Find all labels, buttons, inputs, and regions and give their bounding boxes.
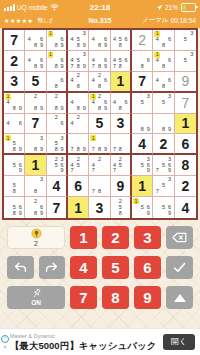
cell-r7c1[interactable]: 569 — [4, 155, 25, 176]
pencil-grid: 357 — [154, 177, 172, 195]
cell-r6c1[interactable]: 1589 — [4, 134, 25, 155]
sudoku-board: 7468916893458946894568214683524689168934… — [2, 28, 198, 220]
cell-r2c4[interactable]: 345789 — [68, 51, 89, 72]
pencil-grid: 35679 — [154, 156, 172, 174]
cell-r1c5[interactable]: 4689 — [89, 30, 110, 51]
given-digit: 7 — [52, 201, 60, 215]
cell-r3c4[interactable]: 248 — [68, 72, 89, 93]
pencil-grid: 4689 — [90, 31, 108, 49]
cell-r1c6[interactable]: 4568 — [111, 30, 132, 51]
pencil-grid: 68 — [133, 52, 151, 70]
numpad-8[interactable]: 8 — [102, 286, 129, 309]
cell-r6c5[interactable]: 1789 — [89, 134, 110, 155]
cell-r5c8[interactable]: 89 — [153, 114, 174, 135]
cell-r2c1[interactable]: 2 — [4, 51, 25, 72]
cell-r9c1[interactable]: 5689 — [4, 197, 25, 218]
given-digit: 1 — [74, 201, 82, 215]
pencil-mark: 9 — [59, 147, 65, 153]
cell-r7c2[interactable]: 1 — [25, 155, 46, 176]
pencil-grid: 35 — [176, 52, 195, 70]
given-digit: 4 — [52, 179, 60, 193]
pencil-grid: 289 — [26, 94, 44, 112]
hint-button[interactable]: 2 — [7, 226, 65, 249]
game-timer: 00:18:54 — [171, 17, 196, 24]
cell-signal-icon — [4, 4, 15, 11]
cell-r8c2[interactable]: 38 — [25, 176, 46, 197]
given-digit: 3 — [116, 116, 124, 130]
cell-r3c5[interactable]: 2468 — [89, 72, 110, 93]
pencil-grid: 789 — [69, 135, 87, 152]
pencil-mark: 9 — [103, 43, 109, 49]
cell-r4c3[interactable]: 289 — [47, 93, 68, 114]
pencil-grid: 34589 — [69, 31, 87, 49]
pencil-mark: 9 — [17, 168, 23, 174]
cell-r7c5[interactable]: 247 — [89, 155, 110, 176]
cell-r1c9[interactable]: 35 — [175, 30, 196, 51]
pencil-grid: 258 — [112, 198, 129, 217]
cell-r8c8[interactable]: 357 — [153, 176, 174, 197]
pencil-grid: 2457 — [112, 156, 129, 174]
pencil-mark: 9 — [167, 168, 173, 174]
cell-r6c3[interactable]: 3589 — [47, 134, 68, 155]
numpad-3[interactable]: 3 — [134, 226, 161, 249]
given-digit: 7 — [32, 116, 40, 130]
pencil-grid: 23569 — [48, 156, 65, 174]
cell-r8c5[interactable]: 78 — [89, 176, 110, 197]
pencil-grid: 45678 — [112, 52, 129, 70]
pencil-grid: 1789 — [90, 135, 108, 152]
numpad-4[interactable]: 4 — [70, 256, 97, 279]
difficulty-stars-label: 難しさ — [37, 17, 54, 24]
pencil-mark: 9 — [39, 43, 45, 49]
cell-r6c6[interactable]: 78 — [111, 134, 132, 155]
given-digit: 2 — [160, 137, 168, 151]
pencil-mark: 9 — [39, 211, 45, 217]
cell-r3c3[interactable]: 68 — [47, 72, 68, 93]
mode-label: ノーマル — [142, 16, 168, 25]
numpad-6[interactable]: 6 — [134, 256, 161, 279]
given-digit: 3 — [10, 74, 18, 88]
pencil-grid: 1569 — [133, 198, 151, 217]
cell-r4c9[interactable]: 7 — [175, 93, 196, 114]
pencil-grid: 89 — [154, 115, 172, 133]
pencil-grid: 4568 — [112, 31, 129, 49]
pencil-grid: 35 — [176, 31, 195, 49]
numpad-1[interactable]: 1 — [70, 226, 97, 249]
ad-brand: Master & Dynamic — [10, 334, 158, 340]
cell-r5c2[interactable]: 7 — [25, 114, 46, 135]
given-digit: 5 — [96, 116, 104, 130]
pencil-mark: 9 — [145, 126, 151, 132]
difficulty-stars: ★★★★★ — [4, 17, 33, 24]
given-digit: 4 — [181, 201, 189, 215]
hint-count: 2 — [34, 240, 38, 247]
clock-time: 22:18 — [90, 3, 110, 12]
pencil-grid: 248 — [69, 73, 87, 90]
redo-button[interactable] — [39, 256, 66, 279]
pencil-grid: 78 — [90, 177, 108, 195]
pencil-grid: 1468 — [154, 31, 172, 49]
pencil-mark: 9 — [167, 211, 173, 217]
pencil-grid: 1489 — [5, 94, 23, 112]
cell-r9c8[interactable]: 569 — [153, 197, 174, 218]
undo-button[interactable] — [7, 256, 34, 279]
given-digit: 6 — [181, 137, 189, 151]
given-digit: 1 — [138, 179, 146, 193]
cell-r6c8[interactable]: 2 — [153, 134, 174, 155]
pencil-grid: 4689 — [26, 52, 44, 70]
given-digit: 5 — [32, 74, 40, 88]
cell-r2c7[interactable]: 68 — [132, 51, 153, 72]
pencil-mark: 9 — [81, 64, 87, 70]
pencil-grid: 247 — [90, 156, 108, 174]
pencil-grid: 3569 — [133, 156, 151, 174]
pencil-grid: 345789 — [69, 52, 87, 70]
pencil-mark: 9 — [103, 106, 109, 112]
user-digit: 9 — [181, 74, 189, 88]
carrier-label: UQ mobile — [17, 4, 48, 11]
wifi-icon — [50, 4, 59, 11]
cell-r5c7[interactable]: 89 — [132, 114, 153, 135]
pencil-grid: 1689 — [48, 31, 65, 49]
cell-r3c6[interactable]: 1 — [111, 72, 132, 93]
cell-r6c7[interactable]: 4 — [132, 134, 153, 155]
given-digit: 4 — [138, 137, 146, 151]
battery-icon — [181, 3, 196, 12]
cell-r9c9[interactable]: 4 — [175, 197, 196, 218]
given-digit: 7 — [10, 33, 18, 47]
pencil-mark: 9 — [145, 168, 151, 174]
pencil-grid: 3589 — [48, 135, 65, 152]
ad-title: 【最大5000円】キャッシュバック — [10, 341, 158, 351]
user-digit: 7 — [181, 96, 189, 110]
ad-open-button[interactable]: 開く — [163, 334, 195, 350]
given-digit: 6 — [74, 179, 82, 193]
pencil-mark: 9 — [145, 211, 151, 217]
cell-r5c1[interactable]: 46 — [4, 114, 25, 135]
cell-r9c7[interactable]: 1569 — [132, 197, 153, 218]
given-digit: 2 — [181, 179, 189, 193]
cell-r9c4[interactable]: 1 — [68, 197, 89, 218]
cell-r8c9[interactable]: 2 — [175, 176, 196, 197]
pencil-mark: 9 — [39, 106, 45, 112]
cell-r2c6[interactable]: 45678 — [111, 51, 132, 72]
pencil-grid: 38 — [26, 177, 44, 195]
cell-r1c8[interactable]: 1468 — [153, 30, 174, 51]
cell-r8c4[interactable]: 6 — [68, 176, 89, 197]
pencil-grid: 26 — [48, 115, 65, 133]
cell-r5c6[interactable]: 3 — [111, 114, 132, 135]
pencil-grid: 68 — [48, 73, 65, 90]
pencil-mark: 9 — [81, 106, 87, 112]
pencil-grid: 489 — [69, 94, 87, 112]
pencil-grid: 2457 — [69, 156, 87, 174]
given-digit: 8 — [181, 158, 189, 172]
keypad-zone: 2 1 2 3 4 5 6 ON 7 8 — [0, 220, 200, 328]
cell-r2c8[interactable]: 1468 — [153, 51, 174, 72]
cell-r3c2[interactable]: 5 — [25, 72, 46, 93]
given-digit: 2 — [10, 54, 18, 68]
cell-r8c3[interactable]: 4 — [47, 176, 68, 197]
cell-r1c1[interactable]: 7 — [4, 30, 25, 51]
cell-r2c2[interactable]: 4689 — [25, 51, 46, 72]
cell-r5c4[interactable]: 24 — [68, 114, 89, 135]
given-digit: 9 — [116, 179, 124, 193]
pencil-grid: 4689 — [26, 31, 44, 49]
pencil-mark: 9 — [81, 147, 87, 153]
cell-r4c6[interactable]: 468 — [111, 93, 132, 114]
cell-r8c7[interactable]: 1 — [132, 176, 153, 197]
pencil-grid: 124689 — [90, 94, 108, 112]
battery-percent: 21% — [165, 4, 178, 11]
cell-r3c8[interactable]: 468 — [153, 72, 174, 93]
hint-bulb-icon — [31, 228, 42, 239]
cell-r3c9[interactable]: 9 — [175, 72, 196, 93]
pencil-mark: 9 — [81, 43, 87, 49]
ad-banner: i × Master & Dynamic 【最大5000円】キャッシュバック 開… — [0, 328, 200, 355]
pencil-grid: 468 — [154, 73, 172, 90]
pencil-grid: 78 — [112, 135, 129, 152]
pencil-grid: 35 — [154, 94, 172, 112]
cell-r4c5[interactable]: 124689 — [89, 93, 110, 114]
pencil-grid: 389 — [26, 135, 44, 152]
triangle-up-icon — [174, 294, 186, 302]
given-digit: 7 — [138, 74, 146, 88]
cell-r7c4[interactable]: 2457 — [68, 155, 89, 176]
cell-r6c4[interactable]: 789 — [68, 134, 89, 155]
pencil-grid: 1689 — [48, 52, 65, 70]
pencil-grid: 569 — [154, 198, 172, 217]
given-digit: 1 — [116, 74, 124, 88]
cell-r8c6[interactable]: 9 — [111, 176, 132, 197]
ad-info-icon[interactable]: i — [1, 335, 9, 343]
pencil-mark: 9 — [59, 106, 65, 112]
pencil-mark: 9 — [59, 168, 65, 174]
check-icon — [173, 262, 186, 273]
pencil-mark: 9 — [39, 147, 45, 153]
given-digit: 1 — [181, 116, 189, 130]
pencil-mark: 9 — [17, 147, 23, 153]
pencil-grid: 569 — [5, 156, 23, 174]
pencil-grid: 35 — [133, 94, 151, 112]
cell-r7c3[interactable]: 23569 — [47, 155, 68, 176]
pencil-grid: 1589 — [5, 135, 23, 152]
cell-r7c9[interactable]: 8 — [175, 155, 196, 176]
pencil-grid: 2468 — [90, 73, 108, 90]
cell-r6c9[interactable]: 6 — [175, 134, 196, 155]
cell-r5c9[interactable]: 1 — [175, 114, 196, 135]
cell-r3c7[interactable]: 7 — [132, 72, 153, 93]
pencil-mark: 9 — [59, 64, 65, 70]
undo-icon — [14, 262, 27, 273]
numpad-5[interactable]: 5 — [102, 256, 129, 279]
cell-r7c7[interactable]: 3569 — [132, 155, 153, 176]
pencil-mark: 9 — [103, 147, 109, 153]
cell-r2c3[interactable]: 1689 — [47, 51, 68, 72]
pencil-mark: 9 — [17, 211, 23, 217]
pencil-grid: 46 — [5, 115, 23, 133]
cell-r1c3[interactable]: 1689 — [47, 30, 68, 51]
cell-r9c5[interactable]: 3 — [89, 197, 110, 218]
status-bar: UQ mobile 22:18 21% ★★★★★ 難しさ No.315 ノーマ… — [0, 0, 200, 28]
collapse-keypad-button[interactable] — [166, 286, 193, 309]
pencil-grid: 58 — [5, 177, 23, 195]
pencil-grid: 5689 — [5, 198, 23, 217]
pencil-grid: 89 — [133, 115, 151, 133]
cell-r9c3[interactable]: 7 — [47, 197, 68, 218]
cell-r2c9[interactable]: 35 — [175, 51, 196, 72]
cell-r9c6[interactable]: 258 — [111, 197, 132, 218]
cell-r9c2[interactable]: 2689 — [25, 197, 46, 218]
cell-r4c1[interactable]: 1489 — [4, 93, 25, 114]
cell-r4c7[interactable]: 35 — [132, 93, 153, 114]
pencil-mark: 9 — [103, 64, 109, 70]
sudoku-app: UQ mobile 22:18 21% ★★★★★ 難しさ No.315 ノーマ… — [0, 0, 200, 355]
pencil-grid: 46789 — [90, 52, 108, 70]
cell-r1c2[interactable]: 4689 — [25, 30, 46, 51]
cell-r6c2[interactable]: 389 — [25, 134, 46, 155]
cell-r4c2[interactable]: 289 — [25, 93, 46, 114]
pencil-mark: 9 — [59, 43, 65, 49]
given-digit: 3 — [96, 201, 104, 215]
cell-r1c4[interactable]: 34589 — [68, 30, 89, 51]
pencil-grid: 2689 — [26, 198, 44, 217]
cell-r2c5[interactable]: 46789 — [89, 51, 110, 72]
cell-r7c8[interactable]: 35679 — [153, 155, 174, 176]
pencil-grid: 289 — [48, 94, 65, 112]
cell-r8c1[interactable]: 58 — [4, 176, 25, 197]
cell-r3c1[interactable]: 3 — [4, 72, 25, 93]
erase-backspace-button[interactable] — [166, 226, 193, 249]
cell-r5c3[interactable]: 26 — [47, 114, 68, 135]
backspace-icon — [172, 232, 187, 243]
cell-r4c4[interactable]: 489 — [68, 93, 89, 114]
cell-r4c8[interactable]: 35 — [153, 93, 174, 114]
cell-r1c7[interactable]: 2 — [132, 30, 153, 51]
pencil-grid: 24 — [69, 115, 87, 133]
given-digit: 1 — [32, 158, 40, 172]
redo-icon — [45, 262, 58, 273]
cell-r5c5[interactable]: 5 — [89, 114, 110, 135]
puzzle-number: No.315 — [89, 17, 112, 24]
numpad-2[interactable]: 2 — [102, 226, 129, 249]
pencil-grid: 1468 — [154, 52, 172, 70]
pencil-mark: 9 — [17, 106, 23, 112]
numpad-9[interactable]: 9 — [134, 286, 161, 309]
pencil-memo-toggle-button[interactable]: ON — [7, 286, 65, 309]
pencil-grid: 468 — [112, 94, 129, 112]
confirm-check-button[interactable] — [166, 256, 193, 279]
user-digit: 2 — [138, 33, 146, 47]
pencil-mark: 9 — [39, 64, 45, 70]
pencil-toggle-state: ON — [31, 300, 41, 307]
cell-r7c6[interactable]: 2457 — [111, 155, 132, 176]
location-arrow-icon — [156, 4, 163, 11]
numpad-7[interactable]: 7 — [70, 286, 97, 309]
ad-close-icon[interactable]: × — [3, 344, 7, 350]
pencil-mark: 9 — [167, 126, 173, 132]
